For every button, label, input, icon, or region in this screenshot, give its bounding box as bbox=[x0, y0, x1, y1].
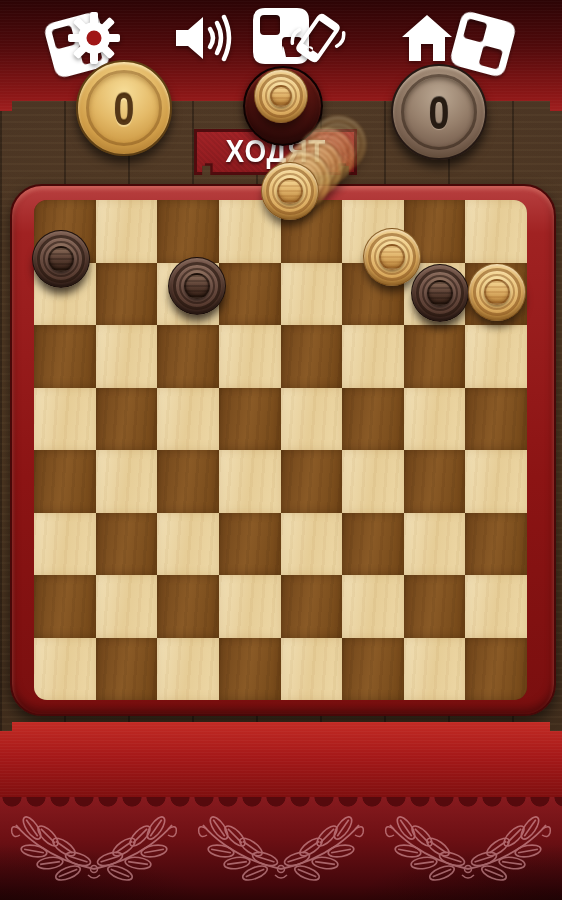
square-c4[interactable] bbox=[157, 450, 219, 513]
square-b1[interactable] bbox=[96, 638, 158, 701]
vibrating-phone-icon bbox=[290, 10, 346, 66]
game-screen: ХОДЯТ 0 0 bbox=[0, 0, 562, 900]
square-h5[interactable] bbox=[465, 388, 527, 451]
square-e5[interactable] bbox=[281, 388, 343, 451]
square-h4[interactable] bbox=[465, 450, 527, 513]
square-d8[interactable] bbox=[219, 200, 281, 263]
square-a2[interactable] bbox=[34, 575, 96, 638]
square-e2[interactable] bbox=[281, 575, 343, 638]
square-d3[interactable] bbox=[219, 513, 281, 576]
square-b5[interactable] bbox=[96, 388, 158, 451]
score-dark-value: 0 bbox=[402, 66, 476, 158]
square-a6[interactable] bbox=[34, 325, 96, 388]
square-g3[interactable] bbox=[404, 513, 466, 576]
vibration-button[interactable] bbox=[273, 0, 363, 76]
square-c1[interactable] bbox=[157, 638, 219, 701]
square-b4[interactable] bbox=[96, 450, 158, 513]
square-h1[interactable] bbox=[465, 638, 527, 701]
square-g8[interactable] bbox=[404, 200, 466, 263]
square-c8[interactable] bbox=[157, 200, 219, 263]
square-h8[interactable] bbox=[465, 200, 527, 263]
square-h7[interactable] bbox=[465, 263, 527, 326]
home-icon bbox=[401, 13, 453, 63]
square-a4[interactable] bbox=[34, 450, 96, 513]
ornament-band bbox=[0, 797, 562, 900]
square-e6[interactable] bbox=[281, 325, 343, 388]
square-b2[interactable] bbox=[96, 575, 158, 638]
square-c2[interactable] bbox=[157, 575, 219, 638]
square-h2[interactable] bbox=[465, 575, 527, 638]
square-d7[interactable] bbox=[219, 263, 281, 326]
gear-icon bbox=[67, 11, 121, 65]
square-f4[interactable] bbox=[342, 450, 404, 513]
square-d1[interactable] bbox=[219, 638, 281, 701]
square-e1[interactable] bbox=[281, 638, 343, 701]
square-e8[interactable] bbox=[281, 200, 343, 263]
square-c3[interactable] bbox=[157, 513, 219, 576]
square-a1[interactable] bbox=[34, 638, 96, 701]
square-c6[interactable] bbox=[157, 325, 219, 388]
score-disc-dark: 0 bbox=[391, 64, 487, 160]
board-grid bbox=[34, 200, 527, 700]
square-a7[interactable] bbox=[34, 263, 96, 326]
square-f7[interactable] bbox=[342, 263, 404, 326]
square-c5[interactable] bbox=[157, 388, 219, 451]
square-e7[interactable] bbox=[281, 263, 343, 326]
square-e4[interactable] bbox=[281, 450, 343, 513]
square-g7[interactable] bbox=[404, 263, 466, 326]
turn-indicator-piece bbox=[254, 69, 308, 123]
bottom-toolbar bbox=[0, 722, 562, 798]
square-b6[interactable] bbox=[96, 325, 158, 388]
square-f1[interactable] bbox=[342, 638, 404, 701]
square-g5[interactable] bbox=[404, 388, 466, 451]
square-g6[interactable] bbox=[404, 325, 466, 388]
square-f2[interactable] bbox=[342, 575, 404, 638]
square-c7[interactable] bbox=[157, 263, 219, 326]
square-f3[interactable] bbox=[342, 513, 404, 576]
square-d2[interactable] bbox=[219, 575, 281, 638]
square-b8[interactable] bbox=[96, 200, 158, 263]
square-g1[interactable] bbox=[404, 638, 466, 701]
settings-button[interactable] bbox=[49, 0, 139, 76]
speaker-icon bbox=[170, 10, 236, 66]
square-f6[interactable] bbox=[342, 325, 404, 388]
square-a3[interactable] bbox=[34, 513, 96, 576]
square-h6[interactable] bbox=[465, 325, 527, 388]
square-d5[interactable] bbox=[219, 388, 281, 451]
square-d4[interactable] bbox=[219, 450, 281, 513]
square-g2[interactable] bbox=[404, 575, 466, 638]
square-f8[interactable] bbox=[342, 200, 404, 263]
sound-button[interactable] bbox=[158, 0, 248, 76]
square-a8[interactable] bbox=[34, 200, 96, 263]
square-b7[interactable] bbox=[96, 263, 158, 326]
square-d6[interactable] bbox=[219, 325, 281, 388]
square-g4[interactable] bbox=[404, 450, 466, 513]
home-button[interactable] bbox=[382, 0, 472, 76]
square-e3[interactable] bbox=[281, 513, 343, 576]
square-b3[interactable] bbox=[96, 513, 158, 576]
square-h3[interactable] bbox=[465, 513, 527, 576]
square-f5[interactable] bbox=[342, 388, 404, 451]
square-a5[interactable] bbox=[34, 388, 96, 451]
paisley-vine-ornament bbox=[0, 809, 562, 897]
